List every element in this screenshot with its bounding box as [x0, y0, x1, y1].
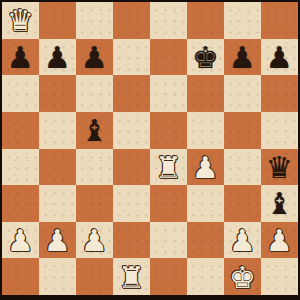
piece-black-pawn-c7[interactable]: ♟	[81, 43, 108, 73]
square-b6[interactable]	[39, 75, 76, 112]
chess-board-frame: ♛♟♟♟♚♟♟♝♜♟♛♝♟♟♟♟♟♜♚	[0, 0, 300, 300]
square-a7[interactable]: ♟	[2, 39, 39, 76]
square-e8[interactable]	[150, 2, 187, 39]
square-a3[interactable]	[2, 185, 39, 222]
square-b5[interactable]	[39, 112, 76, 149]
square-c6[interactable]	[76, 75, 113, 112]
square-c3[interactable]	[76, 185, 113, 222]
square-d3[interactable]	[113, 185, 150, 222]
square-f5[interactable]	[187, 112, 224, 149]
square-h4[interactable]: ♛	[261, 149, 298, 186]
square-h3[interactable]: ♝	[261, 185, 298, 222]
square-d4[interactable]	[113, 149, 150, 186]
square-f2[interactable]	[187, 222, 224, 259]
square-a5[interactable]	[2, 112, 39, 149]
square-h2[interactable]: ♟	[261, 222, 298, 259]
square-b8[interactable]	[39, 2, 76, 39]
square-f7[interactable]: ♚	[187, 39, 224, 76]
piece-black-queen-h4[interactable]: ♛	[266, 153, 293, 183]
square-d6[interactable]	[113, 75, 150, 112]
square-c1[interactable]	[76, 258, 113, 295]
square-d5[interactable]	[113, 112, 150, 149]
piece-white-king-g1[interactable]: ♚	[229, 263, 256, 293]
piece-white-rook-e4[interactable]: ♜	[155, 153, 182, 183]
square-d7[interactable]	[113, 39, 150, 76]
square-c4[interactable]	[76, 149, 113, 186]
square-g1[interactable]: ♚	[224, 258, 261, 295]
square-h1[interactable]	[261, 258, 298, 295]
square-b1[interactable]	[39, 258, 76, 295]
square-h6[interactable]	[261, 75, 298, 112]
square-c8[interactable]	[76, 2, 113, 39]
square-e2[interactable]	[150, 222, 187, 259]
piece-white-pawn-c2[interactable]: ♟	[81, 226, 108, 256]
square-e4[interactable]: ♜	[150, 149, 187, 186]
piece-white-queen-a8[interactable]: ♛	[7, 6, 34, 36]
square-c7[interactable]: ♟	[76, 39, 113, 76]
square-b3[interactable]	[39, 185, 76, 222]
square-a4[interactable]	[2, 149, 39, 186]
square-f1[interactable]	[187, 258, 224, 295]
square-f4[interactable]: ♟	[187, 149, 224, 186]
square-b7[interactable]: ♟	[39, 39, 76, 76]
piece-black-pawn-b7[interactable]: ♟	[44, 43, 71, 73]
square-g4[interactable]	[224, 149, 261, 186]
square-a2[interactable]: ♟	[2, 222, 39, 259]
square-b4[interactable]	[39, 149, 76, 186]
square-h7[interactable]: ♟	[261, 39, 298, 76]
square-b2[interactable]: ♟	[39, 222, 76, 259]
piece-white-pawn-a2[interactable]: ♟	[7, 226, 34, 256]
piece-black-pawn-a7[interactable]: ♟	[7, 43, 34, 73]
piece-black-king-f7[interactable]: ♚	[192, 43, 219, 73]
square-c5[interactable]: ♝	[76, 112, 113, 149]
square-e1[interactable]	[150, 258, 187, 295]
piece-black-pawn-g7[interactable]: ♟	[229, 43, 256, 73]
square-f3[interactable]	[187, 185, 224, 222]
square-f6[interactable]	[187, 75, 224, 112]
square-a8[interactable]: ♛	[2, 2, 39, 39]
square-f8[interactable]	[187, 2, 224, 39]
piece-black-bishop-c5[interactable]: ♝	[81, 116, 108, 146]
piece-white-rook-d1[interactable]: ♜	[118, 263, 145, 293]
square-a1[interactable]	[2, 258, 39, 295]
square-d2[interactable]	[113, 222, 150, 259]
square-g6[interactable]	[224, 75, 261, 112]
square-d1[interactable]: ♜	[113, 258, 150, 295]
square-h8[interactable]	[261, 2, 298, 39]
piece-black-pawn-h7[interactable]: ♟	[266, 43, 293, 73]
piece-black-bishop-h3[interactable]: ♝	[266, 189, 293, 219]
piece-white-pawn-f4[interactable]: ♟	[192, 153, 219, 183]
chess-board: ♛♟♟♟♚♟♟♝♜♟♛♝♟♟♟♟♟♜♚	[2, 2, 298, 295]
square-e5[interactable]	[150, 112, 187, 149]
square-h5[interactable]	[261, 112, 298, 149]
square-g8[interactable]	[224, 2, 261, 39]
piece-white-pawn-h2[interactable]: ♟	[266, 226, 293, 256]
piece-white-pawn-g2[interactable]: ♟	[229, 226, 256, 256]
piece-white-pawn-b2[interactable]: ♟	[44, 226, 71, 256]
square-a6[interactable]	[2, 75, 39, 112]
square-e6[interactable]	[150, 75, 187, 112]
square-g3[interactable]	[224, 185, 261, 222]
square-d8[interactable]	[113, 2, 150, 39]
square-c2[interactable]: ♟	[76, 222, 113, 259]
square-g7[interactable]: ♟	[224, 39, 261, 76]
square-g2[interactable]: ♟	[224, 222, 261, 259]
square-e3[interactable]	[150, 185, 187, 222]
square-g5[interactable]	[224, 112, 261, 149]
square-e7[interactable]	[150, 39, 187, 76]
